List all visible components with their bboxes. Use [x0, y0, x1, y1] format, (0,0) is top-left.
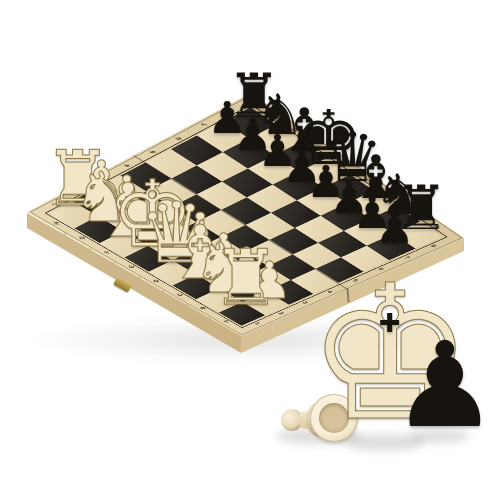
foreground-pieces: ♚✚♟	[0, 0, 500, 500]
black-pawn-upright: ♟	[392, 326, 498, 444]
product-photo: HGFEDCBA 12345678 HGFEDCBA 12345678 ♜♞♝♛…	[0, 0, 500, 500]
